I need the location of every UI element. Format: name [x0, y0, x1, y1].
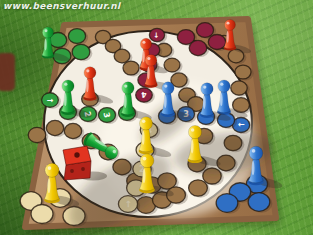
pawn-head-highlight: [45, 29, 48, 32]
die-pip: [70, 169, 74, 173]
pawn-head-highlight: [227, 22, 230, 25]
pawn-highlight: [44, 39, 46, 51]
pawn-highlight: [164, 95, 167, 108]
space-home-red: [189, 40, 207, 55]
space-home-green: [68, 29, 85, 44]
space-track-brown: [28, 127, 46, 142]
pawn-head: [140, 38, 151, 49]
pawn-head-highlight: [252, 149, 256, 153]
pawn-head: [42, 27, 53, 38]
pawn-head-highlight: [142, 120, 145, 123]
pawn-highlight: [203, 96, 206, 109]
pawn-highlight: [142, 50, 144, 62]
pawn-head-highlight: [164, 84, 167, 87]
pawn-head-highlight: [64, 83, 67, 86]
space-label: →: [237, 120, 244, 130]
pawn-head-highlight: [220, 83, 223, 86]
pawn-highlight: [142, 169, 145, 184]
pawn-highlight: [220, 93, 223, 106]
pawn-highlight: [64, 93, 67, 106]
space-track-brown: [235, 65, 251, 79]
die-pip: [81, 167, 85, 171]
ludo-board: →→→→234324: [0, 0, 313, 235]
pawn-head-highlight: [142, 41, 145, 44]
space-track-brown: [189, 180, 208, 196]
pawn-head: [62, 80, 74, 92]
pawn-head-highlight: [147, 57, 150, 60]
pawn-highlight: [147, 67, 150, 79]
pawn-highlight: [142, 131, 145, 145]
pawn-highlight: [191, 139, 194, 153]
space-label: →: [47, 96, 54, 105]
space-home-blue: [216, 194, 238, 213]
pawn-head-highlight: [143, 157, 147, 161]
pawn-head: [162, 82, 174, 94]
watermark: www.beensverhuur.nl: [3, 1, 121, 11]
pawn-head: [225, 19, 236, 30]
pawn-highlight: [252, 161, 255, 176]
space-track-brown: [123, 61, 139, 75]
space-home-green: [72, 44, 90, 59]
space-home-yellow: [31, 205, 53, 224]
space-home-blue: [248, 193, 270, 212]
pawn-head-highlight: [124, 84, 127, 87]
space-track-brown: [231, 81, 247, 95]
garden-ludo-photo: →→→→234324 www.beensverhuur.nl: [0, 0, 313, 235]
pawn-head: [201, 83, 213, 95]
space-label: →: [152, 32, 161, 38]
pawn-head: [145, 54, 157, 66]
pawn-head-highlight: [203, 85, 206, 88]
pawn-highlight: [226, 31, 228, 43]
pawn-highlight: [124, 95, 127, 108]
pawn-head: [122, 82, 134, 94]
space-track-brown: [114, 49, 130, 63]
space-label: 4: [141, 90, 147, 99]
pawn-head: [249, 146, 263, 160]
die-pip: [74, 152, 79, 157]
pawn-head: [140, 154, 154, 168]
pawn-highlight: [47, 178, 50, 193]
pawn-head: [84, 67, 96, 79]
pawn-head-highlight: [191, 128, 195, 132]
pawn-highlight: [86, 79, 89, 92]
space-track-brown: [46, 120, 63, 135]
pawn-head: [45, 163, 59, 177]
pawn-head-highlight: [48, 166, 52, 170]
space-home-red: [196, 23, 213, 38]
space-track-brown: [64, 123, 81, 138]
pawn-head: [139, 117, 152, 130]
pawn-head: [218, 80, 230, 92]
pawn-head-highlight: [86, 69, 89, 72]
die[interactable]: [63, 146, 91, 180]
pawn-head: [188, 125, 201, 138]
space-home-red: [208, 34, 225, 49]
